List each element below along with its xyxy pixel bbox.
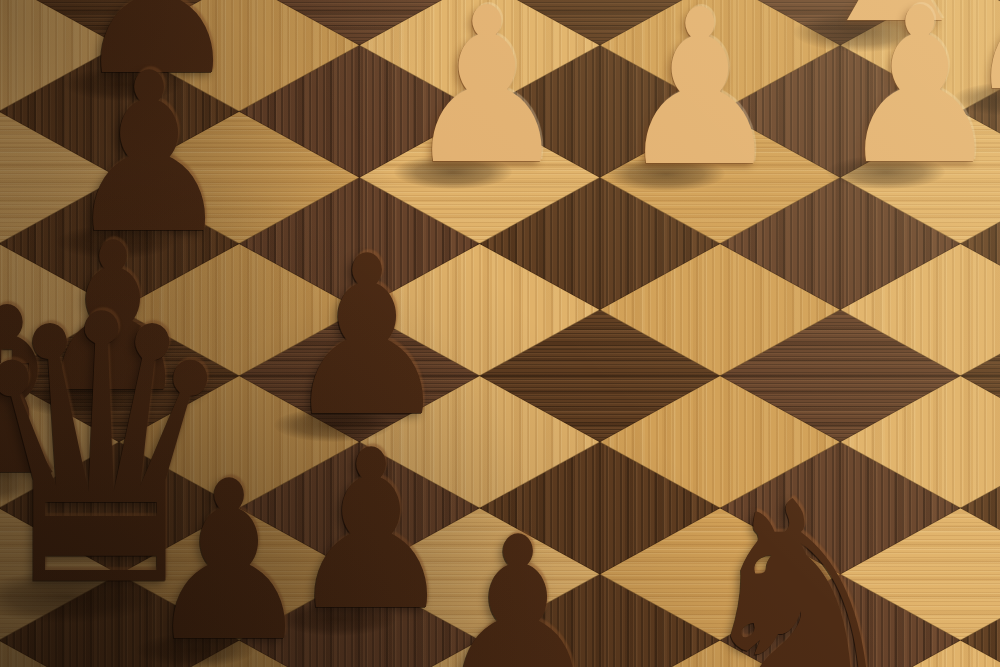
piece-black-pawn-g1[interactable]: ♟ (434, 508, 602, 667)
piece-black-knight-h3[interactable]: ♞ (692, 465, 909, 667)
piece-black-pawn-e1[interactable]: ♟ (145, 453, 313, 667)
chessboard-photo: ♟♟♟♝♟♟♟♟♟♝♛♟♟♟♞ (0, 0, 1000, 667)
piece-white-pawn-c5[interactable]: ♟ (405, 0, 569, 194)
piece-white-pawn-d6[interactable]: ♟ (618, 0, 782, 196)
pieces-layer: ♟♟♟♝♟♟♟♟♟♝♛♟♟♟♞ (0, 0, 1000, 667)
piece-white-pawn-e7[interactable]: ♟ (838, 0, 1000, 194)
